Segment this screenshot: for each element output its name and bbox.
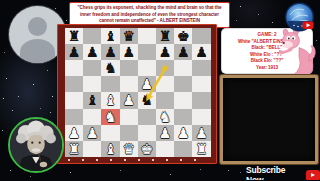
square-d7: ♟ xyxy=(120,44,138,60)
white-n-piece: ♞ xyxy=(104,109,117,125)
square-e7 xyxy=(138,44,156,60)
square-d5 xyxy=(120,76,138,92)
square-b2: ♟ xyxy=(83,125,101,141)
black-n-piece: ♞ xyxy=(141,92,154,108)
square-c8: ♝ xyxy=(101,28,119,44)
avatar-head-silhouette xyxy=(28,17,47,36)
channel-logo[interactable] xyxy=(284,2,315,33)
chess-board-grid: ♜♝♛♜♚♟♟♟♟♟♟♟♞♟♝♝♟♞♞♞♟♟♟♟♟♜♝♛♚♜ xyxy=(65,28,211,157)
white-q-piece: ♛ xyxy=(122,141,135,157)
square-d2 xyxy=(120,125,138,141)
black-r-piece: ♜ xyxy=(68,28,81,44)
white-p-piece: ♟ xyxy=(159,125,172,141)
black-b-piece: ♝ xyxy=(86,92,99,108)
einstein-photo xyxy=(8,117,64,173)
board-frame-dots xyxy=(68,159,208,161)
square-f3: ♞ xyxy=(156,109,174,125)
square-g4 xyxy=(174,92,192,108)
black-p-piece: ♟ xyxy=(68,44,81,60)
square-b1 xyxy=(83,141,101,157)
square-e2 xyxy=(138,125,156,141)
square-d1: ♛ xyxy=(120,141,138,157)
square-g6 xyxy=(174,60,192,76)
square-b3 xyxy=(83,109,101,125)
chess-board: ♜♝♛♜♚♟♟♟♟♟♟♟♞♟♝♝♟♞♞♞♟♟♟♟♟♜♝♛♚♜ xyxy=(57,24,217,164)
square-d4: ♟ xyxy=(120,92,138,108)
square-b4: ♝ xyxy=(83,92,101,108)
square-a7: ♟ xyxy=(65,44,83,60)
square-a5 xyxy=(65,76,83,92)
square-b7: ♟ xyxy=(83,44,101,60)
square-f8: ♜ xyxy=(156,28,174,44)
square-c1: ♝ xyxy=(101,141,119,157)
logo-play-badge xyxy=(303,22,314,30)
square-g2: ♟ xyxy=(174,125,192,141)
black-k-piece: ♚ xyxy=(177,28,190,44)
square-e6 xyxy=(138,60,156,76)
square-b5 xyxy=(83,76,101,92)
white-r-piece: ♜ xyxy=(68,141,81,157)
white-k-piece: ♚ xyxy=(141,141,154,157)
square-h5 xyxy=(192,76,210,92)
black-p-piece: ♟ xyxy=(195,44,208,60)
square-c2 xyxy=(101,125,119,141)
square-e1: ♚ xyxy=(138,141,156,157)
square-e5: ♟ xyxy=(138,76,156,92)
square-a8: ♜ xyxy=(65,28,83,44)
square-h2: ♟ xyxy=(192,125,210,141)
white-p-piece: ♟ xyxy=(68,125,81,141)
square-e3 xyxy=(138,109,156,125)
pink-panther-illustration xyxy=(279,27,317,76)
square-a3 xyxy=(65,109,83,125)
square-g3 xyxy=(174,109,192,125)
black-p-piece: ♟ xyxy=(122,44,135,60)
square-f2: ♟ xyxy=(156,125,174,141)
stars-decoration xyxy=(0,0,1,1)
avatar-torso-silhouette xyxy=(20,39,55,63)
square-c5 xyxy=(101,76,119,92)
square-d3 xyxy=(120,109,138,125)
black-p-piece: ♟ xyxy=(104,44,117,60)
white-p-piece: ♟ xyxy=(195,125,208,141)
black-p-piece: ♟ xyxy=(86,44,99,60)
square-f1 xyxy=(156,141,174,157)
square-c3: ♞ xyxy=(101,109,119,125)
quote-text: "Chess grips its exponent, shackling the… xyxy=(77,5,221,23)
square-a1: ♜ xyxy=(65,141,83,157)
black-b-piece: ♝ xyxy=(104,28,117,44)
square-b8 xyxy=(83,28,101,44)
square-h3 xyxy=(192,109,210,125)
square-h7: ♟ xyxy=(192,44,210,60)
square-h8 xyxy=(192,28,210,44)
black-p-piece: ♟ xyxy=(159,44,172,60)
black-r-piece: ♜ xyxy=(159,28,172,44)
square-e4: ♞ xyxy=(138,92,156,108)
subscribe-bar: Subscribe Now xyxy=(246,165,320,180)
black-p-piece: ♟ xyxy=(177,44,190,60)
square-g7: ♟ xyxy=(174,44,192,60)
white-b-piece: ♝ xyxy=(104,92,117,108)
black-n-piece: ♞ xyxy=(104,60,117,76)
square-g8: ♚ xyxy=(174,28,192,44)
square-f7: ♟ xyxy=(156,44,174,60)
square-g1 xyxy=(174,141,192,157)
white-p-piece: ♟ xyxy=(177,125,190,141)
white-p-piece: ♟ xyxy=(86,125,99,141)
subscribe-play-button[interactable] xyxy=(306,170,320,181)
square-e8 xyxy=(138,28,156,44)
white-n-piece: ♞ xyxy=(159,109,172,125)
square-c7: ♟ xyxy=(101,44,119,60)
square-b6 xyxy=(83,60,101,76)
square-a2: ♟ xyxy=(65,125,83,141)
square-h6 xyxy=(192,60,210,76)
play-icon xyxy=(311,173,315,177)
black-q-piece: ♛ xyxy=(122,28,135,44)
square-f6 xyxy=(156,60,174,76)
square-a4 xyxy=(65,92,83,108)
white-p-piece: ♟ xyxy=(122,92,135,108)
square-h1: ♜ xyxy=(192,141,210,157)
white-p-piece: ♟ xyxy=(141,76,154,92)
square-f5 xyxy=(156,76,174,92)
subscribe-label: Subscribe Now xyxy=(246,165,303,180)
square-f4 xyxy=(156,92,174,108)
square-g5 xyxy=(174,76,192,92)
square-d6 xyxy=(120,60,138,76)
white-b-piece: ♝ xyxy=(104,141,117,157)
square-c4: ♝ xyxy=(101,92,119,108)
square-a6 xyxy=(65,60,83,76)
square-c6: ♞ xyxy=(101,60,119,76)
square-d8: ♛ xyxy=(120,28,138,44)
square-h4 xyxy=(192,92,210,108)
chalkboard xyxy=(220,75,318,164)
white-r-piece: ♜ xyxy=(195,141,208,157)
